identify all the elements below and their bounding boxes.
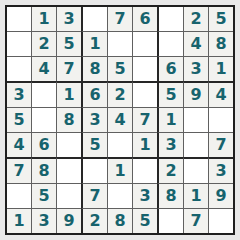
cell-r7c7: 2: [157, 157, 183, 183]
cell-r3c3: 7: [56, 56, 81, 81]
cell-r2c5[interactable]: [107, 31, 132, 56]
cell-r8c3[interactable]: [56, 183, 81, 208]
cell-r7c3[interactable]: [56, 157, 81, 183]
cell-r9c2: 3: [31, 208, 56, 233]
cell-r4c9: 4: [208, 81, 233, 107]
cell-r3c6[interactable]: [132, 56, 157, 81]
cell-r9c6: 5: [132, 208, 157, 233]
sudoku-board: 1376252514847856313162594583471465137781…: [5, 5, 235, 235]
cell-r6c7: 3: [157, 132, 183, 157]
cell-r1c6: 6: [132, 7, 157, 31]
cell-r7c1: 7: [7, 157, 31, 183]
cell-r3c5: 5: [107, 56, 132, 81]
cell-r2c2: 2: [31, 31, 56, 56]
cell-r4c1: 3: [7, 81, 31, 107]
cell-r7c2: 8: [31, 157, 56, 183]
cell-r3c1[interactable]: [7, 56, 31, 81]
cell-r3c7: 6: [157, 56, 183, 81]
cell-r9c7[interactable]: [157, 208, 183, 233]
cell-r8c5[interactable]: [107, 183, 132, 208]
cell-r7c4[interactable]: [81, 157, 107, 183]
cell-r4c5: 2: [107, 81, 132, 107]
cell-r9c5: 8: [107, 208, 132, 233]
cell-r8c9: 9: [208, 183, 233, 208]
cell-r6c3[interactable]: [56, 132, 81, 157]
cell-r5c4: 3: [81, 107, 107, 132]
cell-r3c2: 4: [31, 56, 56, 81]
cell-r9c3: 9: [56, 208, 81, 233]
cell-r8c7: 8: [157, 183, 183, 208]
cell-r4c4: 6: [81, 81, 107, 107]
cell-r5c2[interactable]: [31, 107, 56, 132]
cell-r1c7[interactable]: [157, 7, 183, 31]
cell-r2c6[interactable]: [132, 31, 157, 56]
cell-r6c2: 6: [31, 132, 56, 157]
cell-r2c9: 8: [208, 31, 233, 56]
cell-r1c2: 1: [31, 7, 56, 31]
cell-r4c2[interactable]: [31, 81, 56, 107]
cell-r8c8: 1: [183, 183, 208, 208]
cell-r8c2: 5: [31, 183, 56, 208]
cell-r6c4: 5: [81, 132, 107, 157]
cell-r8c1[interactable]: [7, 183, 31, 208]
cell-r4c3: 1: [56, 81, 81, 107]
cell-r6c9: 7: [208, 132, 233, 157]
cell-r8c6: 3: [132, 183, 157, 208]
cell-r2c4: 1: [81, 31, 107, 56]
cell-r9c8: 7: [183, 208, 208, 233]
cell-r5c6: 7: [132, 107, 157, 132]
cell-r6c6: 1: [132, 132, 157, 157]
cell-r7c8[interactable]: [183, 157, 208, 183]
cell-r7c6[interactable]: [132, 157, 157, 183]
cell-r5c8[interactable]: [183, 107, 208, 132]
cell-r8c4: 7: [81, 183, 107, 208]
cell-r4c6[interactable]: [132, 81, 157, 107]
cell-r4c8: 9: [183, 81, 208, 107]
cell-r3c4: 8: [81, 56, 107, 81]
cell-r5c1: 5: [7, 107, 31, 132]
cell-r4c7: 5: [157, 81, 183, 107]
cell-r5c9[interactable]: [208, 107, 233, 132]
cell-r3c9: 1: [208, 56, 233, 81]
cell-r1c3: 3: [56, 7, 81, 31]
cell-r2c3: 5: [56, 31, 81, 56]
page: 1376252514847856313162594583471465137781…: [0, 0, 240, 240]
cell-r1c5: 7: [107, 7, 132, 31]
cell-r9c4: 2: [81, 208, 107, 233]
cell-r2c7[interactable]: [157, 31, 183, 56]
cell-r2c1[interactable]: [7, 31, 31, 56]
cell-r6c5[interactable]: [107, 132, 132, 157]
cell-r5c3: 8: [56, 107, 81, 132]
cell-r7c9: 3: [208, 157, 233, 183]
cell-r9c9[interactable]: [208, 208, 233, 233]
cell-r1c4[interactable]: [81, 7, 107, 31]
cell-r6c8[interactable]: [183, 132, 208, 157]
cell-r6c1: 4: [7, 132, 31, 157]
cell-r5c5: 4: [107, 107, 132, 132]
cell-r1c8: 2: [183, 7, 208, 31]
cell-r9c1: 1: [7, 208, 31, 233]
cell-r5c7: 1: [157, 107, 183, 132]
cell-r2c8: 4: [183, 31, 208, 56]
cell-r7c5: 1: [107, 157, 132, 183]
cell-r1c1[interactable]: [7, 7, 31, 31]
cell-r1c9: 5: [208, 7, 233, 31]
cell-r3c8: 3: [183, 56, 208, 81]
